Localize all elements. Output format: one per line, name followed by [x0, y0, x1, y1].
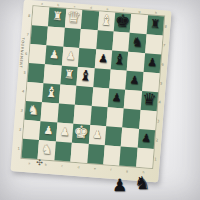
coordinate-label: e [94, 166, 96, 171]
square-d4[interactable] [75, 86, 93, 106]
chess-board-mat: abcdefgh abcdefgh 87654321 87654321 TOUR… [10, 0, 171, 183]
square-b6[interactable]: ♟ [45, 45, 63, 65]
square-h4[interactable]: ♛ [140, 91, 158, 111]
black-queen-h4[interactable]: ♛ [142, 91, 158, 108]
square-f7[interactable] [112, 32, 130, 52]
square-g7[interactable]: ♞ [128, 33, 146, 53]
square-c3[interactable] [57, 104, 75, 124]
white-pawn-b6[interactable]: ♟ [49, 48, 60, 60]
square-h2[interactable]: ♟ [137, 129, 155, 149]
square-h7[interactable] [145, 34, 163, 54]
coordinate-label: a [41, 2, 43, 7]
black-bishop-f6[interactable]: ♝ [113, 51, 127, 66]
coordinate-label: h [155, 11, 157, 16]
coordinate-label: f [110, 168, 111, 173]
square-d7[interactable] [79, 29, 97, 49]
square-e6[interactable]: ♟ [94, 49, 112, 69]
square-h1[interactable] [136, 148, 154, 168]
black-bishop-d5[interactable]: ♝ [78, 68, 92, 83]
captured-black-pawn-icon[interactable]: ♟ [112, 177, 127, 194]
square-b3[interactable] [41, 102, 59, 122]
square-c2[interactable]: ♟ [56, 122, 74, 142]
square-b5[interactable] [44, 64, 62, 84]
captured-black-pieces: ♟ ♞ [112, 174, 150, 194]
coordinate-label: 3 [19, 108, 24, 112]
square-f5[interactable] [109, 69, 127, 89]
square-g6[interactable] [127, 52, 145, 72]
coordinate-label: 8 [27, 13, 32, 17]
playing-grid: ♜♛♝♚♜♞♟♟♟♝♟♜♝♟♝♟♛♞♟♟♚♟♟♞ [22, 6, 165, 168]
square-a6[interactable] [29, 44, 47, 64]
coordinate-label: 6 [160, 62, 165, 66]
white-bishop-b4[interactable]: ♝ [44, 84, 58, 99]
square-d5[interactable]: ♝ [76, 67, 94, 87]
square-f2[interactable] [105, 126, 123, 146]
white-bishop-e8[interactable]: ♝ [99, 12, 113, 27]
black-knight-g7[interactable]: ♞ [131, 34, 144, 48]
square-a1[interactable] [22, 139, 40, 159]
black-king-f8[interactable]: ♚ [114, 12, 131, 30]
photo-background: abcdefgh abcdefgh 87654321 87654321 TOUR… [0, 0, 200, 200]
coordinate-label: 1 [153, 157, 158, 161]
square-d6[interactable] [78, 48, 96, 68]
black-pawn-h2[interactable]: ♟ [141, 132, 152, 144]
square-d1[interactable] [71, 143, 89, 163]
square-c5[interactable]: ♜ [60, 66, 78, 86]
black-rook-h8[interactable]: ♜ [150, 18, 161, 30]
square-d2[interactable]: ♚ [72, 124, 90, 144]
coordinate-label: 5 [159, 81, 164, 85]
square-g8[interactable] [130, 14, 148, 34]
black-pawn-e6[interactable]: ♟ [98, 52, 109, 64]
square-e4[interactable] [91, 87, 109, 107]
square-c1[interactable] [54, 141, 72, 161]
maker-logo: ✣ [36, 158, 43, 167]
square-a5[interactable] [28, 63, 46, 83]
square-c8[interactable]: ♛ [65, 9, 83, 29]
coordinate-label: 5 [22, 70, 27, 74]
square-e5[interactable] [93, 68, 111, 88]
coordinate-label: 4 [157, 100, 162, 104]
square-g5[interactable]: ♟ [125, 71, 143, 91]
coordinate-label: 2 [154, 138, 159, 142]
coordinate-label: 1 [16, 146, 21, 150]
coordinate-label: a [28, 161, 30, 166]
black-pawn-h6[interactable]: ♟ [147, 56, 158, 68]
coordinate-label: g [138, 9, 140, 14]
white-knight-b1[interactable]: ♞ [41, 142, 54, 156]
coordinate-label: 8 [163, 24, 168, 28]
white-pawn-c2[interactable]: ♟ [59, 125, 70, 137]
captured-black-knight-icon[interactable]: ♞ [134, 174, 150, 194]
coordinate-label: 2 [18, 127, 23, 131]
square-e3[interactable] [90, 106, 108, 126]
coordinate-label: d [77, 165, 79, 170]
square-a2[interactable] [23, 120, 41, 140]
square-f8[interactable]: ♚ [114, 13, 132, 33]
coordinate-label: b [57, 3, 59, 8]
square-h6[interactable]: ♟ [143, 53, 161, 73]
square-g3[interactable] [122, 109, 140, 129]
coordinate-label: b [45, 163, 47, 168]
square-a4[interactable] [26, 82, 44, 102]
white-pawn-e2[interactable]: ♟ [92, 128, 103, 140]
coordinate-label: d [90, 6, 92, 11]
square-h3[interactable] [139, 110, 157, 130]
square-g1[interactable] [119, 147, 137, 167]
black-pawn-g5[interactable]: ♟ [129, 74, 140, 86]
white-king-d2[interactable]: ♚ [73, 123, 90, 141]
white-pawn-c6[interactable]: ♟ [65, 50, 76, 62]
coordinate-label: c [61, 164, 63, 169]
square-a7[interactable] [30, 25, 48, 45]
coordinate-label: 4 [21, 89, 26, 93]
square-f4[interactable]: ♟ [108, 88, 126, 108]
square-a8[interactable] [32, 6, 50, 26]
square-d8[interactable] [81, 10, 99, 30]
square-c6[interactable]: ♟ [62, 47, 80, 67]
square-f3[interactable] [106, 107, 124, 127]
square-h8[interactable]: ♜ [146, 15, 164, 35]
coordinate-label: 7 [162, 43, 167, 47]
coordinate-label: 7 [25, 32, 30, 36]
white-rook-c5[interactable]: ♜ [64, 68, 75, 80]
square-e1[interactable] [87, 144, 105, 164]
square-g4[interactable] [124, 90, 142, 110]
square-b4[interactable]: ♝ [42, 83, 60, 103]
square-a3[interactable]: ♞ [25, 101, 43, 121]
square-b8[interactable]: ♜ [48, 8, 66, 28]
coordinate-label: 6 [24, 51, 29, 55]
square-b7[interactable] [47, 26, 65, 46]
coordinate-label: 3 [156, 119, 161, 123]
square-g2[interactable] [121, 128, 139, 148]
square-e7[interactable] [96, 30, 114, 50]
square-c4[interactable] [59, 85, 77, 105]
square-e8[interactable]: ♝ [97, 11, 115, 31]
white-pawn-b2[interactable]: ♟ [43, 124, 54, 136]
square-f6[interactable]: ♝ [111, 51, 129, 71]
square-e2[interactable]: ♟ [88, 125, 106, 145]
square-c7[interactable] [63, 28, 81, 48]
white-knight-a3[interactable]: ♞ [27, 103, 40, 117]
square-f1[interactable] [103, 145, 121, 165]
square-b2[interactable]: ♟ [39, 121, 57, 141]
white-queen-c8[interactable]: ♛ [66, 8, 82, 25]
white-rook-b8[interactable]: ♜ [52, 10, 63, 22]
black-pawn-f4[interactable]: ♟ [111, 91, 122, 103]
